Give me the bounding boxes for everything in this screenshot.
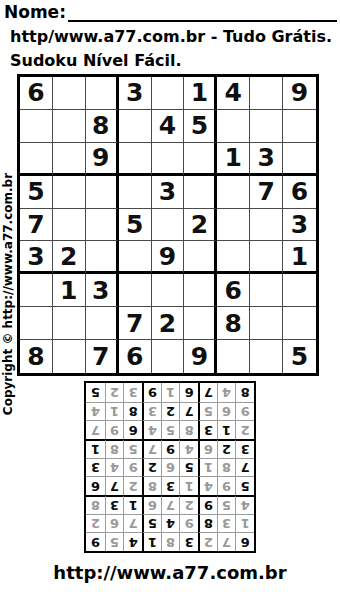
solution-cell-r2c8: 6 (105, 514, 124, 533)
name-input-line[interactable] (68, 3, 337, 22)
solution-cell-r5c3: 1 (198, 458, 217, 477)
solution-cell-r1c1: 6 (235, 532, 254, 551)
solution-cell-r3c6: 6 (142, 495, 161, 514)
puzzle-cell-r7c7[interactable]: 6 (217, 274, 250, 307)
solution-cell-r3c5: 7 (161, 495, 180, 514)
puzzle-cell-r5c4[interactable]: 5 (119, 209, 152, 242)
puzzle-cell-r8c6[interactable] (184, 307, 217, 340)
puzzle-cell-r3c2[interactable] (53, 143, 86, 176)
puzzle-cell-r1c9[interactable]: 9 (283, 77, 316, 110)
puzzle-cell-r5c6[interactable]: 2 (184, 209, 217, 242)
puzzle-cell-r5c5[interactable] (152, 209, 185, 242)
solution-cell-r1c4: 3 (179, 532, 198, 551)
puzzle-cell-r2c4[interactable] (119, 110, 152, 143)
solution-cell-r7c5: 5 (161, 420, 180, 439)
puzzle-cell-r8c9[interactable] (283, 307, 316, 340)
solution-cell-r3c7: 1 (123, 495, 142, 514)
solution-cell-r9c9: 5 (86, 383, 105, 402)
solution-cell-r7c7: 6 (123, 420, 142, 439)
solution-cell-r4c8: 7 (105, 476, 124, 495)
puzzle-cell-r7c2[interactable]: 1 (53, 274, 86, 307)
solution-cell-r3c4: 2 (179, 495, 198, 514)
solution-cell-r4c7: 2 (123, 476, 142, 495)
solution-cell-r2c6: 5 (142, 514, 161, 533)
puzzle-cell-r5c3[interactable] (86, 209, 119, 242)
solution-cell-r1c3: 2 (198, 532, 217, 551)
puzzle-cell-r6c5[interactable]: 9 (152, 241, 185, 274)
puzzle-cell-r3c8[interactable]: 3 (250, 143, 283, 176)
puzzle-cell-r7c8[interactable] (250, 274, 283, 307)
puzzle-cell-r4c6[interactable] (184, 176, 217, 209)
solution-cell-r8c2: 6 (217, 402, 236, 421)
solution-cell-r8c3: 5 (198, 402, 217, 421)
puzzle-cell-r3c4[interactable] (119, 143, 152, 176)
puzzle-cell-r2c1[interactable] (20, 110, 53, 143)
footer-url: http://www.a77.com.br (0, 562, 340, 583)
solution-cell-r6c7: 5 (123, 439, 142, 458)
puzzle-cell-r4c7[interactable] (217, 176, 250, 209)
solution-cell-r9c6: 9 (142, 383, 161, 402)
puzzle-cell-r1c2[interactable] (53, 77, 86, 110)
solution-cell-r5c8: 4 (105, 458, 124, 477)
puzzle-cell-r9c9[interactable]: 5 (283, 340, 316, 373)
name-row: Nome: (4, 2, 337, 22)
puzzle-cell-r1c7[interactable]: 4 (217, 77, 250, 110)
solution-cell-r6c6: 7 (142, 439, 161, 458)
solution-cell-r9c4: 6 (179, 383, 198, 402)
puzzle-cell-r7c3[interactable]: 3 (86, 274, 119, 307)
puzzle-cell-r3c6[interactable] (184, 143, 217, 176)
puzzle-cell-r4c1[interactable]: 5 (20, 176, 53, 209)
puzzle-cell-r3c5[interactable] (152, 143, 185, 176)
solution-cell-r1c2: 7 (217, 532, 236, 551)
solution-cell-r2c3: 8 (198, 514, 217, 533)
solution-cell-r3c9: 8 (86, 495, 105, 514)
puzzle-cell-r7c9[interactable] (283, 274, 316, 307)
puzzle-cell-r6c1[interactable]: 3 (20, 241, 53, 274)
puzzle-cell-r9c1[interactable]: 8 (20, 340, 53, 373)
puzzle-cell-r8c5[interactable]: 2 (152, 307, 185, 340)
solution-cell-r2c2: 3 (217, 514, 236, 533)
solution-cell-r7c4: 8 (179, 420, 198, 439)
puzzle-cell-r2c5[interactable]: 4 (152, 110, 185, 143)
solution-cell-r3c8: 3 (105, 495, 124, 514)
puzzle-cell-r7c5[interactable] (152, 274, 185, 307)
solution-cell-r4c9: 6 (86, 476, 105, 495)
solution-cell-r9c1: 8 (235, 383, 254, 402)
puzzle-cell-r9c5[interactable] (152, 340, 185, 373)
solution-cell-r1c7: 4 (123, 532, 142, 551)
puzzle-cell-r4c2[interactable] (53, 176, 86, 209)
solution-cell-r7c9: 7 (86, 420, 105, 439)
main-grid: 6314984591353767523329113672887695 (17, 74, 319, 376)
puzzle-cell-r4c4[interactable] (119, 176, 152, 209)
solution-cell-r6c8: 8 (105, 439, 124, 458)
puzzle-cell-r3c3[interactable]: 9 (86, 143, 119, 176)
solution-cell-r6c2: 2 (217, 439, 236, 458)
puzzle-cell-r6c4[interactable] (119, 241, 152, 274)
puzzle-cell-r2c9[interactable] (283, 110, 316, 143)
solution-cell-r4c2: 9 (217, 476, 236, 495)
puzzle-cell-r8c1[interactable] (20, 307, 53, 340)
site-header: http/www.a77.com.br - Tudo Grátis. (10, 27, 332, 46)
solution-cell-r7c6: 4 (142, 420, 161, 439)
puzzle-cell-r2c6[interactable]: 5 (184, 110, 217, 143)
solution-cell-r6c9: 1 (86, 439, 105, 458)
solution-cell-r2c7: 7 (123, 514, 142, 533)
solution-cell-r4c6: 8 (142, 476, 161, 495)
solution-cell-r9c2: 4 (217, 383, 236, 402)
solution-cell-r5c9: 3 (86, 458, 105, 477)
puzzle-cell-r3c1[interactable] (20, 143, 53, 176)
puzzle-cell-r2c8[interactable] (250, 110, 283, 143)
puzzle-cell-r4c9[interactable]: 6 (283, 176, 316, 209)
puzzle-cell-r4c3[interactable] (86, 176, 119, 209)
puzzle-cell-r9c2[interactable] (53, 340, 86, 373)
puzzle-cell-r2c3[interactable]: 8 (86, 110, 119, 143)
solution-cell-r1c5: 8 (161, 532, 180, 551)
puzzle-cell-r6c8[interactable] (250, 241, 283, 274)
solution-cell-r2c9: 2 (86, 514, 105, 533)
puzzle-cell-r8c8[interactable] (250, 307, 283, 340)
solution-cell-r3c1: 4 (235, 495, 254, 514)
solution-cell-r9c7: 3 (123, 383, 142, 402)
solution-cell-r5c1: 7 (235, 458, 254, 477)
solution-cell-r8c6: 3 (142, 402, 161, 421)
solution-cell-r9c8: 2 (105, 383, 124, 402)
solution-cell-r2c1: 1 (235, 514, 254, 533)
solution-cell-r6c1: 3 (235, 439, 254, 458)
puzzle-cell-r1c3[interactable] (86, 77, 119, 110)
solution-cell-r5c4: 5 (179, 458, 198, 477)
puzzle-cell-r5c7[interactable] (217, 209, 250, 242)
solution-cell-r5c2: 8 (217, 458, 236, 477)
solution-cell-r4c3: 4 (198, 476, 217, 495)
puzzle-cell-r8c3[interactable] (86, 307, 119, 340)
puzzle-cell-r1c8[interactable] (250, 77, 283, 110)
solution-grid: 6723814591389457624592761385941382767815… (84, 381, 256, 553)
solution-cell-r2c5: 4 (161, 514, 180, 533)
solution-cell-r5c5: 6 (161, 458, 180, 477)
puzzle-cell-r5c2[interactable] (53, 209, 86, 242)
puzzle-cell-r6c2[interactable]: 2 (53, 241, 86, 274)
solution-cell-r5c7: 9 (123, 458, 142, 477)
difficulty-title: Sudoku Nível Fácil. (10, 51, 182, 70)
puzzle-cell-r9c6[interactable]: 9 (184, 340, 217, 373)
puzzle-cell-r6c3[interactable] (86, 241, 119, 274)
solution-cell-r7c2: 1 (217, 420, 236, 439)
puzzle-cell-r3c9[interactable] (283, 143, 316, 176)
puzzle-cell-r2c7[interactable] (217, 110, 250, 143)
solution-cell-r7c3: 3 (198, 420, 217, 439)
puzzle-cell-r1c1[interactable]: 6 (20, 77, 53, 110)
puzzle-cell-r2c2[interactable] (53, 110, 86, 143)
puzzle-cell-r1c5[interactable] (152, 77, 185, 110)
name-label: Nome: (4, 2, 66, 22)
puzzle-cell-r4c5[interactable]: 3 (152, 176, 185, 209)
solution-cell-r8c4: 7 (179, 402, 198, 421)
puzzle-cell-r1c4[interactable]: 3 (119, 77, 152, 110)
solution-cell-r8c8: 1 (105, 402, 124, 421)
puzzle-cell-r9c8[interactable] (250, 340, 283, 373)
puzzle-cell-r7c1[interactable] (20, 274, 53, 307)
puzzle-cell-r1c6[interactable]: 1 (184, 77, 217, 110)
puzzle-cell-r9c4[interactable]: 6 (119, 340, 152, 373)
copyright-vertical-text: Copyright © http://www.a77.com.br (1, 154, 15, 434)
solution-cell-r2c4: 9 (179, 514, 198, 533)
solution-cell-r1c6: 1 (142, 532, 161, 551)
solution-cell-r4c1: 5 (235, 476, 254, 495)
solution-cell-r3c3: 9 (198, 495, 217, 514)
puzzle-cell-r6c6[interactable] (184, 241, 217, 274)
puzzle-cell-r8c7[interactable]: 8 (217, 307, 250, 340)
solution-cell-r3c2: 5 (217, 495, 236, 514)
solution-cell-r1c8: 5 (105, 532, 124, 551)
puzzle-cell-r7c6[interactable] (184, 274, 217, 307)
solution-cell-r5c6: 2 (142, 458, 161, 477)
solution-cell-r4c4: 1 (179, 476, 198, 495)
puzzle-cell-r4c8[interactable]: 7 (250, 176, 283, 209)
puzzle-cell-r5c1[interactable]: 7 (20, 209, 53, 242)
puzzle-cell-r8c4[interactable]: 7 (119, 307, 152, 340)
solution-cell-r9c5: 1 (161, 383, 180, 402)
puzzle-cell-r8c2[interactable] (53, 307, 86, 340)
solution-cell-r7c8: 9 (105, 420, 124, 439)
puzzle-cell-r5c8[interactable] (250, 209, 283, 242)
solution-cell-r8c9: 4 (86, 402, 105, 421)
solution-cell-r1c9: 9 (86, 532, 105, 551)
puzzle-cell-r3c7[interactable]: 1 (217, 143, 250, 176)
solution-cell-r9c3: 7 (198, 383, 217, 402)
puzzle-cell-r9c7[interactable] (217, 340, 250, 373)
solution-cell-r8c7: 8 (123, 402, 142, 421)
solution-cell-r8c1: 9 (235, 402, 254, 421)
solution-cell-r8c5: 2 (161, 402, 180, 421)
solution-cell-r6c4: 4 (179, 439, 198, 458)
puzzle-cell-r6c9[interactable]: 1 (283, 241, 316, 274)
puzzle-cell-r6c7[interactable] (217, 241, 250, 274)
solution-cell-r6c3: 6 (198, 439, 217, 458)
puzzle-cell-r9c3[interactable]: 7 (86, 340, 119, 373)
solution-cell-r4c5: 3 (161, 476, 180, 495)
puzzle-cell-r5c9[interactable]: 3 (283, 209, 316, 242)
solution-cell-r6c5: 9 (161, 439, 180, 458)
puzzle-cell-r7c4[interactable] (119, 274, 152, 307)
solution-cell-r7c1: 2 (235, 420, 254, 439)
